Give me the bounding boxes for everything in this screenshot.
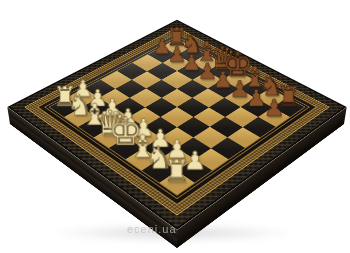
black-pawn-icon: ♟ [264, 96, 285, 119]
product-photo: ♜♞♝♛♚♝♞♜♟♟♟♟♟♟♟♟♜♞♝♛♚♝♞♜♟♟♟♟♟♟♟♟ eceni.u… [0, 0, 350, 253]
chess-board-box: ♜♞♝♛♚♝♞♜♟♟♟♟♟♟♟♟♜♞♝♛♚♝♞♜♟♟♟♟♟♟♟♟ [7, 20, 346, 230]
white-rook-icon: ♜ [163, 155, 190, 185]
watermark-text: eceni.ua [127, 223, 177, 235]
scene: ♜♞♝♛♚♝♞♜♟♟♟♟♟♟♟♟♜♞♝♛♚♝♞♜♟♟♟♟♟♟♟♟ [0, 0, 350, 253]
